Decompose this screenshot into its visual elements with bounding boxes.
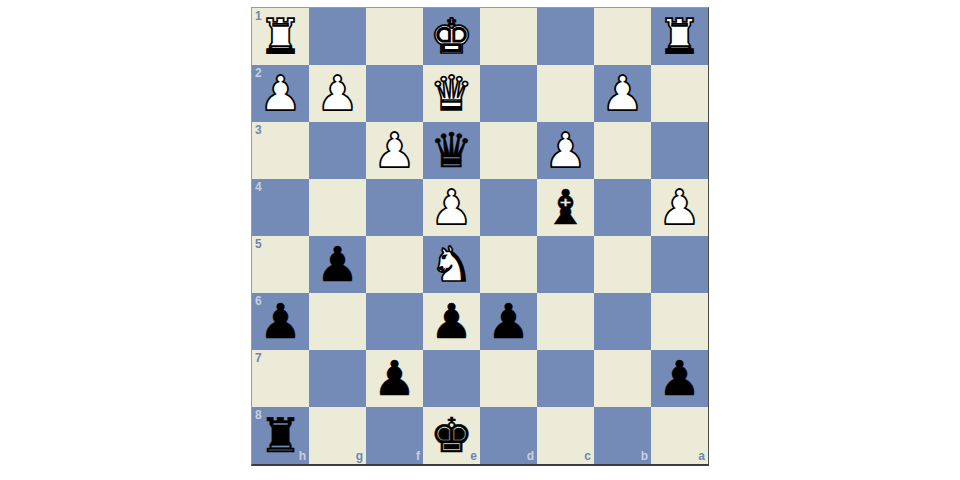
square-e8[interactable]: e♚ bbox=[423, 407, 480, 464]
square-d5[interactable] bbox=[480, 236, 537, 293]
white-pawn-e4[interactable]: ♟ bbox=[430, 179, 473, 236]
black-pawn-h6[interactable]: ♟ bbox=[259, 293, 302, 350]
square-g3[interactable] bbox=[309, 122, 366, 179]
square-d8[interactable]: d bbox=[480, 407, 537, 464]
square-e2[interactable]: ♛ bbox=[423, 65, 480, 122]
square-f8[interactable]: f bbox=[366, 407, 423, 464]
white-pawn-c3[interactable]: ♟ bbox=[544, 122, 587, 179]
white-knight-e5[interactable]: ♞ bbox=[430, 236, 473, 293]
square-d3[interactable] bbox=[480, 122, 537, 179]
square-e7[interactable] bbox=[423, 350, 480, 407]
square-a6[interactable] bbox=[651, 293, 708, 350]
square-b6[interactable] bbox=[594, 293, 651, 350]
square-a2[interactable] bbox=[651, 65, 708, 122]
file-label-g: g bbox=[356, 450, 363, 462]
square-h2[interactable]: 2♟ bbox=[252, 65, 309, 122]
square-a7[interactable]: ♟ bbox=[651, 350, 708, 407]
black-pawn-f7[interactable]: ♟ bbox=[373, 350, 416, 407]
file-label-h: h bbox=[299, 450, 306, 462]
rank-label-2: 2 bbox=[255, 67, 262, 79]
square-b2[interactable]: ♟ bbox=[594, 65, 651, 122]
square-f4[interactable] bbox=[366, 179, 423, 236]
square-h3[interactable]: 3 bbox=[252, 122, 309, 179]
square-d4[interactable] bbox=[480, 179, 537, 236]
white-pawn-h2[interactable]: ♟ bbox=[259, 65, 302, 122]
chess-board: 1♜♚♜2♟♟♛♟3♟♛♟4♟♝♟5♟♞6♟♟♟7♟♟8h♜gfe♚dcba bbox=[251, 7, 709, 466]
square-h4[interactable]: 4 bbox=[252, 179, 309, 236]
file-label-a: a bbox=[698, 450, 705, 462]
white-pawn-g2[interactable]: ♟ bbox=[316, 65, 359, 122]
square-a1[interactable]: ♜ bbox=[651, 8, 708, 65]
square-e4[interactable]: ♟ bbox=[423, 179, 480, 236]
square-b8[interactable]: b bbox=[594, 407, 651, 464]
square-g5[interactable]: ♟ bbox=[309, 236, 366, 293]
white-rook-h1[interactable]: ♜ bbox=[259, 8, 302, 65]
black-bishop-c4[interactable]: ♝ bbox=[544, 179, 587, 236]
square-d6[interactable]: ♟ bbox=[480, 293, 537, 350]
square-a4[interactable]: ♟ bbox=[651, 179, 708, 236]
square-g8[interactable]: g bbox=[309, 407, 366, 464]
black-pawn-d6[interactable]: ♟ bbox=[487, 293, 530, 350]
chess-board-grid: 1♜♚♜2♟♟♛♟3♟♛♟4♟♝♟5♟♞6♟♟♟7♟♟8h♜gfe♚dcba bbox=[252, 8, 708, 464]
square-c1[interactable] bbox=[537, 8, 594, 65]
square-a5[interactable] bbox=[651, 236, 708, 293]
black-queen-e3[interactable]: ♛ bbox=[430, 122, 473, 179]
white-pawn-f3[interactable]: ♟ bbox=[373, 122, 416, 179]
square-c4[interactable]: ♝ bbox=[537, 179, 594, 236]
file-label-f: f bbox=[416, 450, 420, 462]
square-b3[interactable] bbox=[594, 122, 651, 179]
rank-label-5: 5 bbox=[255, 238, 262, 250]
square-e5[interactable]: ♞ bbox=[423, 236, 480, 293]
square-d7[interactable] bbox=[480, 350, 537, 407]
square-f1[interactable] bbox=[366, 8, 423, 65]
square-g2[interactable]: ♟ bbox=[309, 65, 366, 122]
square-b5[interactable] bbox=[594, 236, 651, 293]
rank-label-4: 4 bbox=[255, 181, 262, 193]
square-b4[interactable] bbox=[594, 179, 651, 236]
square-f5[interactable] bbox=[366, 236, 423, 293]
file-label-b: b bbox=[641, 450, 648, 462]
file-label-e: e bbox=[470, 450, 477, 462]
file-label-c: c bbox=[584, 450, 591, 462]
white-king-e1[interactable]: ♚ bbox=[430, 8, 473, 65]
square-c2[interactable] bbox=[537, 65, 594, 122]
square-c5[interactable] bbox=[537, 236, 594, 293]
square-c3[interactable]: ♟ bbox=[537, 122, 594, 179]
square-g4[interactable] bbox=[309, 179, 366, 236]
square-h7[interactable]: 7 bbox=[252, 350, 309, 407]
white-rook-a1[interactable]: ♜ bbox=[658, 8, 701, 65]
square-h5[interactable]: 5 bbox=[252, 236, 309, 293]
white-queen-e2[interactable]: ♛ bbox=[430, 65, 473, 122]
square-c8[interactable]: c bbox=[537, 407, 594, 464]
file-label-d: d bbox=[527, 450, 534, 462]
square-f7[interactable]: ♟ bbox=[366, 350, 423, 407]
rank-label-3: 3 bbox=[255, 124, 262, 136]
square-h8[interactable]: 8h♜ bbox=[252, 407, 309, 464]
rank-label-7: 7 bbox=[255, 352, 262, 364]
square-d1[interactable] bbox=[480, 8, 537, 65]
square-e1[interactable]: ♚ bbox=[423, 8, 480, 65]
square-c7[interactable] bbox=[537, 350, 594, 407]
square-f3[interactable]: ♟ bbox=[366, 122, 423, 179]
white-pawn-b2[interactable]: ♟ bbox=[601, 65, 644, 122]
square-c6[interactable] bbox=[537, 293, 594, 350]
square-g1[interactable] bbox=[309, 8, 366, 65]
rank-label-6: 6 bbox=[255, 295, 262, 307]
square-a8[interactable]: a bbox=[651, 407, 708, 464]
square-f6[interactable] bbox=[366, 293, 423, 350]
square-b7[interactable] bbox=[594, 350, 651, 407]
square-e3[interactable]: ♛ bbox=[423, 122, 480, 179]
rank-label-1: 1 bbox=[255, 10, 262, 22]
rank-label-8: 8 bbox=[255, 409, 262, 421]
square-h1[interactable]: 1♜ bbox=[252, 8, 309, 65]
square-e6[interactable]: ♟ bbox=[423, 293, 480, 350]
black-pawn-a7[interactable]: ♟ bbox=[658, 350, 701, 407]
square-f2[interactable] bbox=[366, 65, 423, 122]
square-g6[interactable] bbox=[309, 293, 366, 350]
white-pawn-a4[interactable]: ♟ bbox=[658, 179, 701, 236]
square-b1[interactable] bbox=[594, 8, 651, 65]
black-king-e8[interactable]: ♚ bbox=[430, 407, 473, 464]
black-pawn-e6[interactable]: ♟ bbox=[430, 293, 473, 350]
square-h6[interactable]: 6♟ bbox=[252, 293, 309, 350]
square-d2[interactable] bbox=[480, 65, 537, 122]
square-a3[interactable] bbox=[651, 122, 708, 179]
square-g7[interactable] bbox=[309, 350, 366, 407]
black-pawn-g5[interactable]: ♟ bbox=[316, 236, 359, 293]
black-rook-h8[interactable]: ♜ bbox=[259, 407, 302, 464]
